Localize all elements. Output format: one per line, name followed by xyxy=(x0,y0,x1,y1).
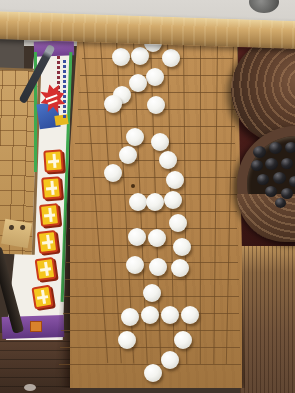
white-stone xyxy=(148,229,166,247)
floor-left xyxy=(0,332,80,393)
white-stone xyxy=(129,193,147,211)
black-stone xyxy=(269,142,282,154)
white-stone xyxy=(119,146,137,164)
white-stone xyxy=(129,74,147,92)
white-stone xyxy=(118,331,136,349)
grid-line-horizontal xyxy=(61,330,239,331)
white-stone xyxy=(151,133,169,151)
black-stone xyxy=(251,160,263,171)
white-stone xyxy=(144,364,162,382)
grid-line-horizontal xyxy=(74,160,236,161)
box-letter-block xyxy=(43,149,63,172)
grid-line-horizontal xyxy=(65,279,238,280)
black-stone xyxy=(281,188,293,199)
floor-reflection xyxy=(24,384,36,391)
white-stone xyxy=(161,306,179,324)
box-letter-block xyxy=(39,203,60,227)
game-box-art-yellow xyxy=(54,114,68,126)
box-letter-block xyxy=(35,257,57,281)
grid-line-horizontal xyxy=(79,92,234,93)
black-stone xyxy=(289,176,295,187)
black-stone xyxy=(253,146,266,158)
white-stone xyxy=(146,193,164,211)
go-board xyxy=(70,28,242,388)
white-stone xyxy=(146,68,164,86)
grid-line-horizontal xyxy=(73,177,236,178)
grid-line-vertical xyxy=(213,41,218,364)
white-stone xyxy=(126,128,144,146)
white-stone xyxy=(112,48,130,66)
floor-right xyxy=(240,246,295,393)
white-stone xyxy=(149,258,167,276)
star-point xyxy=(131,184,135,188)
white-stone xyxy=(166,171,184,189)
grid-line-horizontal xyxy=(77,126,235,127)
white-stone xyxy=(147,96,165,114)
white-stone xyxy=(161,351,179,369)
white-stone xyxy=(169,214,187,232)
game-box-art-orange xyxy=(30,321,42,332)
box-letter-block xyxy=(37,230,59,254)
white-stone xyxy=(121,308,139,326)
white-stone xyxy=(181,306,199,324)
grid-line-vertical xyxy=(200,41,201,364)
white-stone xyxy=(141,306,159,324)
white-stone xyxy=(126,256,144,274)
white-stone xyxy=(159,151,177,169)
black-stone xyxy=(265,186,277,197)
grid-line-vertical xyxy=(83,41,108,363)
black-stone xyxy=(265,158,278,170)
grid-line-horizontal xyxy=(70,211,237,212)
white-stone xyxy=(143,284,161,302)
black-stone xyxy=(273,172,286,184)
black-stone xyxy=(275,198,286,208)
white-stone xyxy=(128,228,146,246)
grid-line-horizontal xyxy=(60,347,240,348)
black-stone xyxy=(281,158,293,169)
black-stone xyxy=(285,142,295,153)
white-stone xyxy=(164,191,182,209)
box-letter-block xyxy=(41,176,62,200)
wood-slat-with-holes xyxy=(1,219,32,248)
white-stone xyxy=(162,49,180,67)
white-stone xyxy=(104,95,122,113)
box-small-text-column-blue xyxy=(63,60,66,118)
white-stone xyxy=(131,47,149,65)
white-stone xyxy=(171,259,189,277)
black-stone xyxy=(257,174,269,185)
white-stone xyxy=(104,164,122,182)
white-stone xyxy=(173,238,191,256)
white-stone xyxy=(174,331,192,349)
box-letter-block xyxy=(31,285,53,310)
grid-line-horizontal xyxy=(82,58,234,59)
photo-scene xyxy=(0,0,295,393)
